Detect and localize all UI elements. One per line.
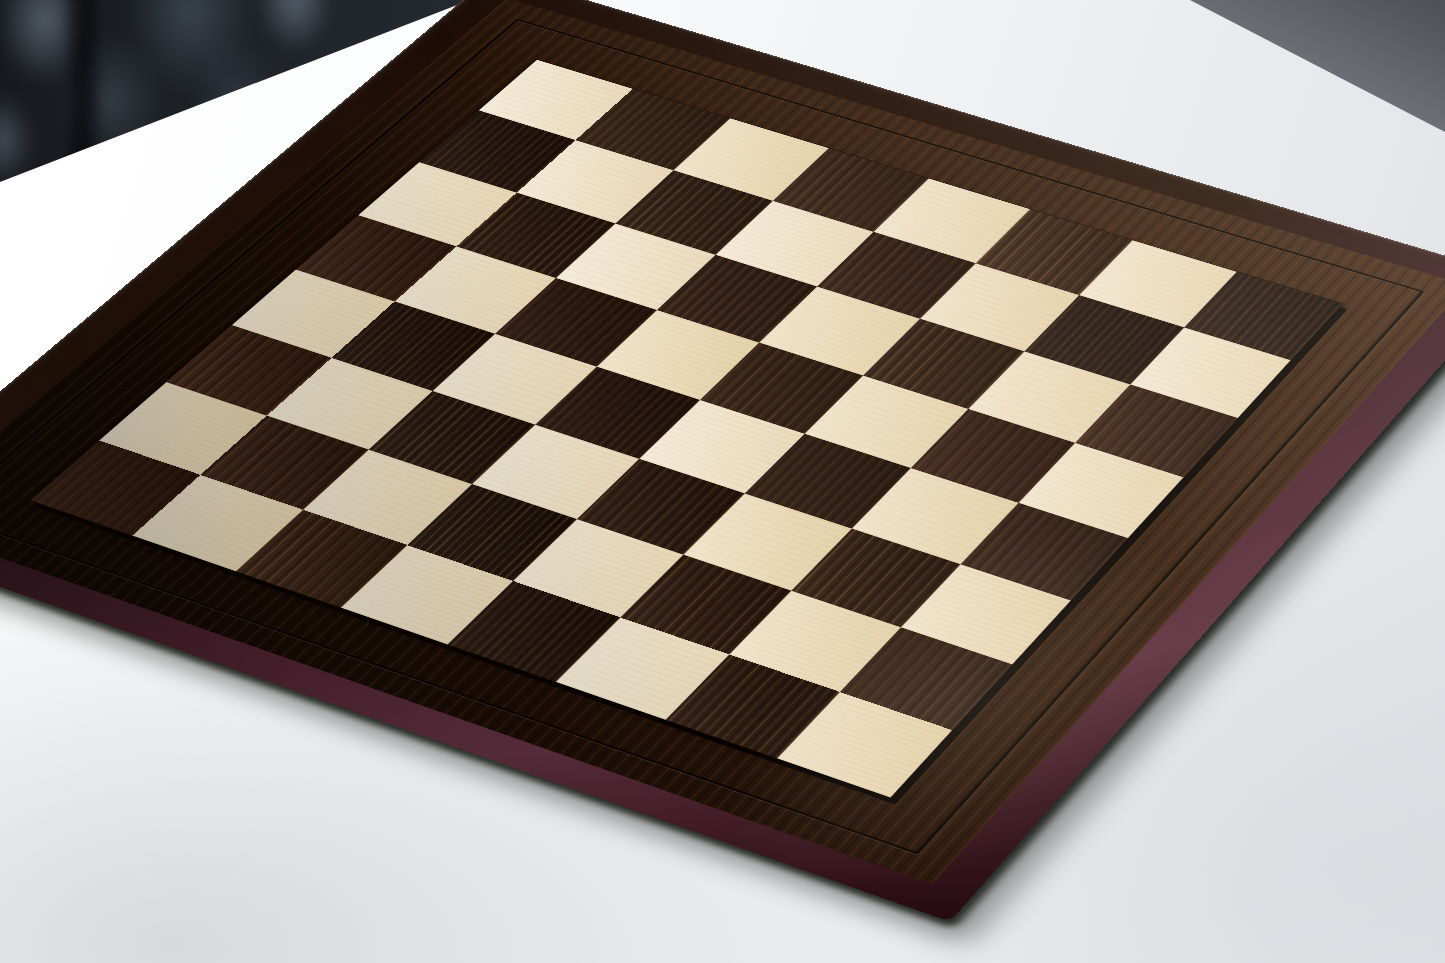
scene bbox=[0, 0, 1445, 963]
